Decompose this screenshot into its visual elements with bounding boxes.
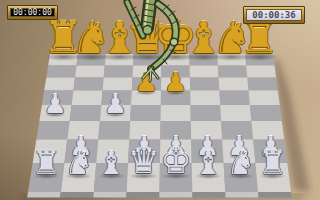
square-g6[interactable] (219, 78, 249, 91)
square-b6[interactable] (73, 78, 103, 91)
piece-silver-bishop-f1[interactable]: ♝ (192, 147, 224, 179)
piece-silver-pawn-a4[interactable]: ♟ (42, 91, 68, 117)
square-e4[interactable] (161, 105, 191, 121)
board-front-bevel (126, 192, 159, 198)
game-screen: ♜♞♝♛♚♝♞♜♟♟♟♟♟♟♟♟♟♟♜♞♝♛♚♝♞♜ (0, 0, 320, 200)
right-clock-time: 00:00:36 (246, 9, 302, 21)
square-b7[interactable] (75, 66, 105, 78)
piece-silver-king-e1[interactable]: ♚ (158, 144, 193, 179)
square-h6[interactable] (247, 78, 277, 91)
square-b4[interactable] (70, 105, 102, 121)
piece-silver-bishop-c1[interactable]: ♝ (95, 147, 127, 179)
square-f6[interactable] (190, 78, 220, 91)
square-f4[interactable] (191, 105, 222, 121)
square-a3[interactable] (36, 121, 69, 140)
square-b5[interactable] (72, 91, 103, 106)
piece-silver-rook-a1[interactable]: ♜ (31, 147, 63, 179)
board-front-bevel (258, 192, 292, 198)
square-g7[interactable] (218, 66, 247, 78)
piece-silver-pawn-c4[interactable]: ♟ (102, 91, 128, 117)
square-d4[interactable] (130, 105, 161, 121)
left-clock-time: 00:00:00 (10, 8, 55, 17)
square-h7[interactable] (246, 66, 276, 78)
piece-silver-rook-h1[interactable]: ♜ (257, 147, 289, 179)
piece-silver-knight-b1[interactable]: ♞ (63, 147, 95, 179)
board-front-bevel (159, 192, 192, 198)
piece-gold-pawn-d5[interactable]: ♟ (133, 69, 159, 95)
board-front-bevel (27, 192, 61, 198)
piece-silver-queen-d1[interactable]: ♛ (126, 144, 161, 179)
square-f5[interactable] (190, 91, 220, 106)
board-front-bevel (225, 192, 258, 198)
square-c7[interactable] (104, 66, 133, 78)
piece-silver-knight-g1[interactable]: ♞ (225, 147, 257, 179)
square-c3[interactable] (98, 121, 130, 140)
right-clock: 00:00:36 (243, 6, 305, 24)
square-h4[interactable] (250, 105, 282, 121)
square-g5[interactable] (219, 91, 250, 106)
board-front-bevel (192, 192, 225, 198)
board-front-bevel (60, 192, 94, 198)
square-h5[interactable] (249, 91, 280, 106)
piece-gold-pawn-e5[interactable]: ♟ (163, 69, 189, 95)
square-a7[interactable] (46, 66, 76, 78)
square-f7[interactable] (190, 66, 219, 78)
square-g4[interactable] (220, 105, 251, 121)
board-front-bevel (93, 192, 126, 198)
left-clock: 00:00:00 (7, 5, 58, 20)
